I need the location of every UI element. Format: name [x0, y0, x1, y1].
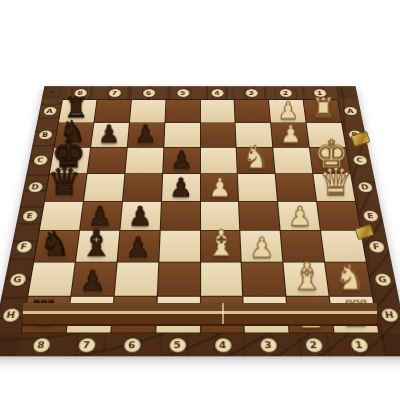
coordinate-label: 3	[244, 88, 259, 97]
square[interactable]	[235, 100, 270, 122]
square[interactable]: ♟	[163, 148, 200, 173]
square[interactable]: ♞	[237, 148, 275, 173]
coordinate-label: G	[372, 272, 392, 286]
square[interactable]: ♟	[271, 123, 309, 147]
square[interactable]	[28, 263, 74, 296]
white-r-piece[interactable]: ♜	[306, 95, 340, 122]
square[interactable]: ♟	[269, 100, 305, 122]
square[interactable]: ♟	[200, 174, 238, 201]
square[interactable]: ♝	[284, 263, 329, 296]
square[interactable]	[130, 100, 165, 122]
coordinate-label: 4	[213, 337, 232, 353]
square[interactable]	[317, 201, 360, 230]
square[interactable]	[88, 148, 127, 173]
black-p-piece[interactable]: ♟	[72, 266, 114, 295]
square[interactable]	[157, 263, 199, 296]
black-p-piece[interactable]: ♟	[91, 122, 126, 146]
square[interactable]	[94, 100, 130, 122]
square[interactable]: ♟	[241, 231, 283, 262]
square[interactable]: ♝	[76, 231, 119, 262]
square[interactable]	[201, 263, 243, 296]
square[interactable]	[239, 201, 279, 230]
square[interactable]: ♟	[128, 123, 165, 147]
white-n-piece[interactable]: ♞	[238, 142, 275, 173]
black-n-piece[interactable]: ♞	[35, 227, 75, 261]
square[interactable]	[273, 148, 312, 173]
white-p-piece[interactable]: ♟	[200, 174, 238, 200]
square[interactable]: ♟	[278, 201, 320, 230]
white-b-piece[interactable]: ♝	[201, 225, 241, 261]
square[interactable]: ♞	[34, 231, 79, 262]
square[interactable]	[242, 263, 285, 296]
border-bottom-rank-labels: 87654321	[16, 333, 383, 356]
coordinate-label: F	[14, 240, 33, 253]
coordinate-label: A	[42, 106, 58, 115]
coordinate-label: E	[361, 210, 380, 222]
black-p-piece[interactable]: ♟	[162, 174, 200, 200]
coordinate-label: 2	[303, 337, 323, 353]
coordinate-label: 6	[122, 337, 142, 353]
square[interactable]: ♟	[117, 231, 159, 262]
coordinate-label: G	[7, 272, 27, 286]
frame-corner	[0, 333, 20, 356]
square[interactable]	[276, 174, 316, 201]
square[interactable]: ♟	[71, 263, 116, 296]
coordinate-label: H	[0, 307, 21, 322]
square[interactable]	[200, 148, 237, 173]
white-p-piece[interactable]: ♟	[242, 234, 282, 262]
square[interactable]: ♛	[313, 174, 354, 201]
white-p-piece[interactable]: ♟	[273, 122, 308, 146]
black-p-piece[interactable]: ♟	[128, 122, 163, 146]
black-p-piece[interactable]: ♟	[118, 234, 158, 262]
white-p-piece[interactable]: ♟	[271, 98, 305, 122]
square[interactable]: ♟	[91, 123, 129, 147]
coordinate-label: D	[356, 181, 374, 192]
coordinate-label: 6	[141, 88, 156, 97]
hinge-seam	[222, 303, 224, 324]
square[interactable]	[160, 201, 199, 230]
coordinate-label: 8	[30, 337, 51, 353]
coordinate-label: 4	[210, 88, 224, 97]
square[interactable]	[165, 100, 199, 122]
white-q-piece[interactable]: ♛	[317, 162, 355, 200]
coordinate-label: 1	[348, 337, 369, 353]
square[interactable]	[123, 174, 162, 201]
square[interactable]	[164, 123, 200, 147]
square[interactable]	[200, 123, 236, 147]
black-q-piece[interactable]: ♛	[45, 162, 83, 200]
square[interactable]	[125, 148, 163, 173]
coordinate-label: F	[367, 240, 386, 253]
frame-corner	[380, 333, 400, 356]
square[interactable]: ♜	[304, 100, 341, 122]
white-p-piece[interactable]: ♟	[281, 203, 320, 230]
square[interactable]: ♝	[201, 231, 242, 262]
coordinate-label: E	[20, 210, 39, 222]
square[interactable]	[114, 263, 157, 296]
black-b-piece[interactable]: ♝	[76, 225, 116, 261]
coordinate-label: 7	[107, 88, 122, 97]
coordinate-label: 5	[168, 337, 187, 353]
board-grid: ♜♟♜♞♟♟♟♚♟♞♚♛♟♟♛♟♟♟♞♝♟♝♟♟♝♞♜♟♜	[20, 99, 379, 333]
coordinate-label: 3	[258, 337, 278, 353]
black-p-piece[interactable]: ♟	[120, 203, 159, 230]
coordinate-label: 7	[76, 337, 96, 353]
square[interactable]	[200, 100, 234, 122]
coordinate-label: 5	[176, 88, 190, 97]
square[interactable]: ♛	[45, 174, 86, 201]
square[interactable]: ♟	[162, 174, 200, 201]
coordinate-label: D	[26, 181, 44, 192]
black-p-piece[interactable]: ♟	[163, 147, 200, 172]
white-b-piece[interactable]: ♝	[287, 258, 329, 296]
product-photo-scene: 87654321 ABCDEFGH ♜♟♜♞♟♟♟♚♟♞♚♛♟♟♛♟♟♟♞♝♟♝…	[0, 0, 400, 400]
square[interactable]	[238, 174, 277, 201]
square[interactable]: ♟	[120, 201, 160, 230]
square[interactable]	[84, 174, 124, 201]
white-n-piece[interactable]: ♞	[330, 260, 372, 295]
coordinate-label: A	[342, 106, 358, 115]
square[interactable]	[159, 231, 200, 262]
coordinate-label: H	[379, 307, 400, 322]
folding-box-front-edge	[23, 303, 377, 326]
square[interactable]: ♞	[325, 263, 371, 296]
